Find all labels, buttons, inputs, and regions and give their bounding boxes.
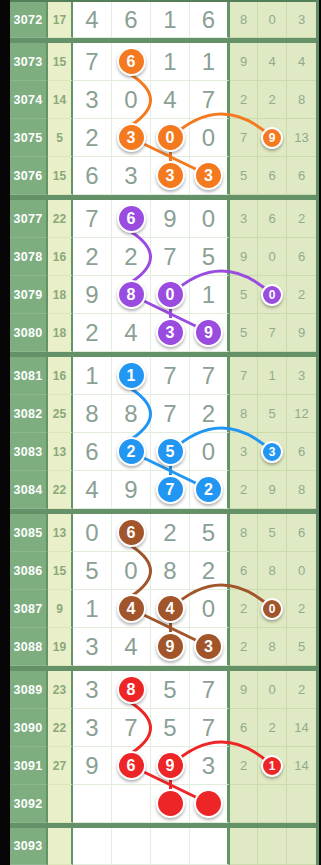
period-cell: 3076 (10, 157, 48, 195)
cell-value: 15 (53, 55, 66, 69)
cell-value: 6 (298, 444, 305, 459)
digit-cell-n1: 9 (73, 747, 112, 785)
period-cell: 3083 (10, 433, 48, 471)
lottery-trend-chart-screenshot: 3072174616803307315761194430741430472283… (0, 0, 321, 865)
digit-cell-r1: 2 (230, 81, 258, 119)
cell-value: 22 (53, 721, 66, 735)
sum-cell: 14 (48, 81, 73, 119)
period-cell: 3075 (10, 119, 48, 157)
cell-value: 2 (163, 519, 176, 547)
digit-cell-r3: 14 (287, 709, 316, 747)
cell-value: 3 (240, 444, 247, 459)
cell-value: 12 (294, 406, 308, 421)
row-3086: 3086155082680 (10, 552, 316, 590)
digit-cell-r2: 9 (258, 119, 287, 157)
cell-value: 27 (53, 759, 66, 773)
digit-cell-n2: 6 (112, 747, 151, 785)
digit-cell-r1: 9 (230, 671, 258, 709)
digit-cell-r3: 6 (287, 433, 316, 471)
sum-cell: 25 (48, 395, 73, 433)
circled-digit: 9 (156, 632, 185, 661)
period-cell: 3077 (10, 200, 48, 238)
row-3075: 3075523007913 (10, 119, 316, 157)
cell-value: 5 (268, 406, 275, 421)
digit-cell-r3: 6 (287, 514, 316, 552)
digit-cell-r1: 8 (230, 395, 258, 433)
digit-cell-r2: 5 (258, 514, 287, 552)
digit-cell-r2: 2 (258, 81, 287, 119)
digit-cell-n1: 4 (73, 2, 112, 38)
digit-cell-r1: 2 (230, 590, 258, 628)
digit-cell-r1: 8 (230, 514, 258, 552)
digit-cell-n1: 8 (73, 395, 112, 433)
cell-value: 0 (124, 86, 137, 114)
circled-digit: 3 (117, 123, 146, 152)
period-cell: 3089 (10, 671, 48, 709)
cell-value: 14 (294, 720, 308, 735)
row-3077: 3077227690362 (10, 200, 316, 238)
cell-value: 6 (202, 6, 215, 34)
circled-digit: 2 (117, 437, 146, 466)
digit-cell-n4: 7 (190, 357, 230, 395)
sum-cell: 18 (48, 276, 73, 314)
digit-cell-n4: 1 (190, 43, 230, 81)
digit-cell-n4 (190, 828, 230, 865)
cell-value: 3086 (13, 564, 42, 578)
sum-cell: 5 (48, 119, 73, 157)
digit-cell-n1: 7 (73, 43, 112, 81)
digit-cell-n3: 4 (151, 81, 190, 119)
digit-cell-r3: 8 (287, 81, 316, 119)
digit-cell-n4: 7 (190, 671, 230, 709)
digit-cell-n2 (112, 785, 151, 823)
digit-cell-n2: 4 (112, 628, 151, 666)
period-cell: 3072 (10, 2, 48, 38)
digit-cell-r2: 5 (258, 395, 287, 433)
cell-value: 5 (56, 131, 63, 145)
cell-value: 3072 (13, 13, 42, 27)
digit-cell-n1 (73, 828, 112, 865)
cell-value: 9 (240, 682, 247, 697)
cell-value: 3 (298, 368, 305, 383)
cell-value: 3077 (13, 212, 42, 226)
cell-value: 5 (268, 525, 275, 540)
digit-cell-n4: 3 (190, 157, 230, 195)
digit-cell-r1: 9 (230, 43, 258, 81)
cell-value: 6 (240, 563, 247, 578)
cell-value: 1 (85, 595, 98, 623)
digit-cell-n3: 1 (151, 2, 190, 38)
cell-value: 3084 (13, 483, 42, 497)
digit-cell-n2: 8 (112, 395, 151, 433)
digit-cell-r3: 0 (287, 552, 316, 590)
cell-value: 7 (163, 243, 176, 271)
cell-value: 9 (240, 249, 247, 264)
cell-value: 3076 (13, 169, 42, 183)
period-cell: 3091 (10, 747, 48, 785)
cell-value: 3081 (13, 369, 42, 383)
sum-cell: 27 (48, 747, 73, 785)
digit-cell-n4: 5 (190, 238, 230, 276)
circled-digit: 0 (261, 598, 283, 620)
digit-cell-r2: 0 (258, 671, 287, 709)
cell-value: 4 (268, 54, 275, 69)
digit-cell-n3: 7 (151, 471, 190, 509)
cell-value: 2 (240, 92, 247, 107)
sum-cell (48, 828, 73, 865)
row-3072: 3072174616803 (10, 2, 316, 38)
cell-value: 8 (268, 563, 275, 578)
digit-cell-n4: 2 (190, 471, 230, 509)
sum-cell: 15 (48, 43, 73, 81)
cell-value: 5 (163, 676, 176, 704)
digit-cell-n1: 0 (73, 514, 112, 552)
digit-cell-n1: 7 (73, 200, 112, 238)
period-cell: 3081 (10, 357, 48, 395)
period-cell: 3085 (10, 514, 48, 552)
digit-cell-n4: 2 (190, 552, 230, 590)
cell-value: 15 (53, 169, 66, 183)
cell-value: 2 (240, 758, 247, 773)
cell-value: 2 (240, 601, 247, 616)
digit-cell-r3: 8 (287, 471, 316, 509)
cell-value: 7 (85, 205, 98, 233)
digit-cell-r1: 2 (230, 471, 258, 509)
digit-cell-n2: 2 (112, 238, 151, 276)
digit-cell-n3: 7 (151, 357, 190, 395)
row-3088: 3088193493285 (10, 628, 316, 666)
cell-value: 13 (53, 526, 66, 540)
cell-value: 5 (163, 714, 176, 742)
digit-cell-n4: 9 (190, 314, 230, 352)
cell-value: 0 (85, 519, 98, 547)
digit-cell-n4 (190, 785, 230, 823)
prediction-dot (156, 789, 185, 818)
cell-value: 3078 (13, 250, 42, 264)
cell-value: 9 (124, 476, 137, 504)
row-3091: 30912796932114 (10, 747, 316, 785)
period-cell: 3090 (10, 709, 48, 747)
cell-value: 22 (53, 212, 66, 226)
cell-value: 8 (240, 406, 247, 421)
cell-value: 4 (163, 86, 176, 114)
period-cell: 3087 (10, 590, 48, 628)
cell-value: 2 (298, 211, 305, 226)
cell-value: 5 (85, 557, 98, 585)
circled-digit: 8 (117, 280, 146, 309)
digit-cell-r1: 6 (230, 552, 258, 590)
cell-value: 6 (298, 168, 305, 183)
digit-cell-n2: 4 (112, 590, 151, 628)
row-3073: 3073157611944 (10, 43, 316, 81)
cell-value: 16 (53, 369, 66, 383)
row-3079: 3079189801502 (10, 276, 316, 314)
cell-value: 3 (298, 12, 305, 27)
cell-value: 0 (124, 557, 137, 585)
circled-digit: 3 (194, 632, 223, 661)
digit-cell-n1: 3 (73, 671, 112, 709)
cell-value: 13 (53, 445, 66, 459)
chart-rows: 3072174616803307315761194430741430472283… (10, 2, 316, 865)
cell-value: 2 (124, 243, 137, 271)
row-3078: 3078162275906 (10, 238, 316, 276)
sum-cell: 22 (48, 200, 73, 238)
cell-value: 4 (124, 319, 137, 347)
cell-value: 8 (240, 525, 247, 540)
cell-value: 1 (268, 368, 275, 383)
digit-cell-n3: 8 (151, 552, 190, 590)
cell-value: 6 (85, 162, 98, 190)
digit-cell-r1 (230, 785, 258, 823)
circled-digit: 2 (194, 475, 223, 504)
cell-value: 9 (85, 752, 98, 780)
digit-cell-n3: 2 (151, 514, 190, 552)
cell-value: 2 (202, 557, 215, 585)
cell-value: 3090 (13, 721, 42, 735)
cell-value: 14 (294, 758, 308, 773)
cell-value: 3 (202, 752, 215, 780)
cell-value: 8 (240, 12, 247, 27)
digit-cell-n3: 0 (151, 276, 190, 314)
circled-digit: 3 (156, 318, 185, 347)
cell-value: 6 (298, 525, 305, 540)
cell-value: 7 (124, 714, 137, 742)
digit-cell-n2: 2 (112, 433, 151, 471)
cell-value: 9 (85, 281, 98, 309)
cell-value: 2 (298, 287, 305, 302)
cell-value: 3 (240, 211, 247, 226)
cell-value: 0 (268, 12, 275, 27)
cell-value: 5 (298, 639, 305, 654)
cell-value: 3074 (13, 93, 42, 107)
cell-value: 8 (124, 400, 137, 428)
cell-value: 6 (298, 249, 305, 264)
cell-value: 4 (85, 6, 98, 34)
cell-value: 2 (240, 639, 247, 654)
cell-value: 7 (240, 130, 247, 145)
cell-value: 7 (163, 400, 176, 428)
digit-cell-r2: 7 (258, 314, 287, 352)
digit-cell-n4: 0 (190, 433, 230, 471)
circled-digit: 8 (117, 675, 146, 704)
cell-value: 7 (240, 368, 247, 383)
digit-cell-r1: 3 (230, 200, 258, 238)
cell-value: 3087 (13, 602, 42, 616)
row-3081: 3081161177713 (10, 357, 316, 395)
cell-value: 9 (240, 54, 247, 69)
cell-value: 4 (298, 54, 305, 69)
cell-value: 7 (202, 86, 215, 114)
digit-cell-n3: 1 (151, 43, 190, 81)
sum-cell: 19 (48, 628, 73, 666)
circled-digit: 9 (156, 751, 185, 780)
cell-value: 2 (85, 243, 98, 271)
digit-cell-r3: 9 (287, 314, 316, 352)
digit-cell-r1: 7 (230, 119, 258, 157)
cell-value: 18 (53, 288, 66, 302)
digit-cell-r3: 12 (287, 395, 316, 433)
cell-value: 5 (240, 168, 247, 183)
sum-cell: 23 (48, 671, 73, 709)
digit-cell-r1: 9 (230, 238, 258, 276)
digit-cell-r3: 4 (287, 43, 316, 81)
digit-cell-r2 (258, 785, 287, 823)
cell-value: 8 (85, 400, 98, 428)
digit-cell-r3: 2 (287, 590, 316, 628)
digit-cell-n4: 7 (190, 81, 230, 119)
digit-cell-n1: 6 (73, 157, 112, 195)
digit-cell-n4: 1 (190, 276, 230, 314)
row-3093: 3093 (10, 828, 316, 865)
digit-cell-n3: 7 (151, 395, 190, 433)
digit-cell-n4: 3 (190, 628, 230, 666)
cell-value: 3 (85, 714, 98, 742)
row-3082: 30822588728512 (10, 395, 316, 433)
digit-cell-r3: 6 (287, 157, 316, 195)
digit-cell-n2: 6 (112, 200, 151, 238)
prediction-dot (194, 789, 223, 818)
digit-cell-n3: 9 (151, 747, 190, 785)
digit-cell-n4: 5 (190, 514, 230, 552)
row-3074: 3074143047228 (10, 81, 316, 119)
digit-cell-n2: 1 (112, 357, 151, 395)
cell-value: 3083 (13, 445, 42, 459)
cell-value: 9 (56, 602, 63, 616)
digit-cell-n2: 7 (112, 709, 151, 747)
cell-value: 6 (240, 720, 247, 735)
digit-cell-r1: 5 (230, 314, 258, 352)
cell-value: 3091 (13, 759, 42, 773)
digit-cell-n2: 8 (112, 276, 151, 314)
digit-cell-n2: 9 (112, 471, 151, 509)
digit-cell-n4: 0 (190, 119, 230, 157)
cell-value: 13 (294, 130, 308, 145)
digit-cell-r3: 3 (287, 2, 316, 38)
digit-cell-r2: 0 (258, 590, 287, 628)
cell-value: 3089 (13, 683, 42, 697)
circled-digit: 7 (156, 475, 185, 504)
digit-cell-n3: 3 (151, 157, 190, 195)
digit-cell-r1 (230, 828, 258, 865)
period-cell: 3073 (10, 43, 48, 81)
digit-cell-r2: 6 (258, 200, 287, 238)
digit-cell-r3: 3 (287, 357, 316, 395)
digit-cell-r2: 0 (258, 238, 287, 276)
cell-value: 6 (268, 211, 275, 226)
cell-value: 2 (298, 682, 305, 697)
digit-cell-n1: 1 (73, 357, 112, 395)
digit-cell-r1: 5 (230, 157, 258, 195)
trend-chart: 3072174616803307315761194430741430472283… (10, 0, 319, 865)
period-cell: 3074 (10, 81, 48, 119)
cell-value: 2 (202, 400, 215, 428)
period-cell: 3080 (10, 314, 48, 352)
circled-digit: 6 (117, 204, 146, 233)
digit-cell-r1: 7 (230, 357, 258, 395)
digit-cell-n3: 3 (151, 314, 190, 352)
cell-value: 6 (85, 438, 98, 466)
cell-value: 3093 (13, 839, 42, 853)
cell-value: 0 (202, 595, 215, 623)
digit-cell-n1 (73, 785, 112, 823)
digit-cell-n4: 2 (190, 395, 230, 433)
circled-digit: 6 (117, 518, 146, 547)
cell-value: 2 (268, 720, 275, 735)
row-3092: 3092 (10, 785, 316, 823)
digit-cell-n2: 6 (112, 43, 151, 81)
circled-digit: 3 (156, 161, 185, 190)
digit-cell-n3: 5 (151, 709, 190, 747)
cell-value: 3092 (13, 797, 42, 811)
cell-value: 0 (202, 205, 215, 233)
digit-cell-r2: 3 (258, 433, 287, 471)
digit-cell-r3: 5 (287, 628, 316, 666)
circled-digit: 0 (156, 280, 185, 309)
digit-cell-r3: 14 (287, 747, 316, 785)
cell-value: 2 (268, 92, 275, 107)
digit-cell-n2: 3 (112, 157, 151, 195)
sum-cell: 18 (48, 314, 73, 352)
cell-value: 9 (163, 205, 176, 233)
cell-value: 9 (268, 482, 275, 497)
cell-value: 8 (163, 557, 176, 585)
digit-cell-n3 (151, 785, 190, 823)
digit-cell-n2 (112, 828, 151, 865)
cell-value: 7 (268, 325, 275, 340)
row-3076: 3076156333566 (10, 157, 316, 195)
digit-cell-r3: 6 (287, 238, 316, 276)
digit-cell-n1: 9 (73, 276, 112, 314)
circled-digit: 6 (117, 751, 146, 780)
cell-value: 7 (202, 676, 215, 704)
row-3090: 30902237576214 (10, 709, 316, 747)
row-3089: 3089233857902 (10, 671, 316, 709)
digit-cell-r2 (258, 828, 287, 865)
cell-value: 7 (85, 48, 98, 76)
digit-cell-n2: 0 (112, 552, 151, 590)
digit-cell-r1: 6 (230, 709, 258, 747)
period-cell: 3082 (10, 395, 48, 433)
cell-value: 7 (202, 714, 215, 742)
sum-cell: 22 (48, 709, 73, 747)
cell-value: 9 (298, 325, 305, 340)
digit-cell-n2: 3 (112, 119, 151, 157)
sum-cell: 9 (48, 590, 73, 628)
cell-value: 0 (202, 124, 215, 152)
digit-cell-n2: 4 (112, 314, 151, 352)
cell-value: 1 (163, 6, 176, 34)
period-cell: 3093 (10, 828, 48, 865)
row-3083: 3083136250336 (10, 433, 316, 471)
cell-value: 2 (240, 482, 247, 497)
cell-value: 5 (240, 287, 247, 302)
digit-cell-n3: 5 (151, 433, 190, 471)
sum-cell: 22 (48, 471, 73, 509)
digit-cell-n3: 7 (151, 238, 190, 276)
circled-digit: 1 (117, 361, 146, 390)
circled-digit: 3 (261, 441, 283, 463)
cell-value: 0 (268, 682, 275, 697)
digit-cell-r3: 13 (287, 119, 316, 157)
circled-digit: 4 (156, 594, 185, 623)
cell-value: 1 (202, 48, 215, 76)
cell-value: 19 (53, 640, 66, 654)
cell-value: 3085 (13, 526, 42, 540)
digit-cell-r1: 2 (230, 628, 258, 666)
sum-cell (48, 785, 73, 823)
cell-value: 0 (268, 249, 275, 264)
period-cell: 3086 (10, 552, 48, 590)
